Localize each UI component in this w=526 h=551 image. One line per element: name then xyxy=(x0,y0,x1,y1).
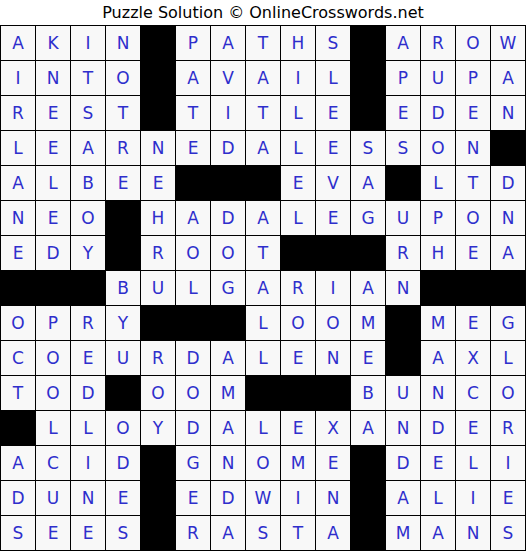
letter-cell: A xyxy=(386,481,420,515)
letter-cell: Y xyxy=(141,411,175,445)
letter-cell: E xyxy=(106,481,140,515)
letter-cell: A xyxy=(491,61,525,95)
letter-cell: L xyxy=(491,341,525,375)
letter-cell: A xyxy=(1,166,35,200)
letter-cell: E xyxy=(176,481,210,515)
letter-cell: A xyxy=(246,271,280,305)
letter-cell: L xyxy=(421,481,455,515)
letter-cell: E xyxy=(36,201,70,235)
letter-cell: I xyxy=(456,481,490,515)
letter-cell: E xyxy=(71,516,105,550)
letter-cell: A xyxy=(176,201,210,235)
letter-cell: A xyxy=(386,26,420,60)
letter-cell: T xyxy=(176,96,210,130)
letter-cell: I xyxy=(211,96,245,130)
letter-cell: O xyxy=(36,341,70,375)
letter-cell: R xyxy=(421,26,455,60)
black-cell xyxy=(351,26,385,60)
letter-cell: N xyxy=(106,26,140,60)
letter-cell: K xyxy=(36,26,70,60)
letter-cell: O xyxy=(176,376,210,410)
letter-cell: E xyxy=(421,446,455,480)
letter-cell: D xyxy=(176,411,210,445)
letter-cell: E xyxy=(176,131,210,165)
letter-cell: N xyxy=(141,131,175,165)
letter-cell: N xyxy=(456,131,490,165)
letter-cell: M xyxy=(386,516,420,550)
letter-cell: C xyxy=(456,376,490,410)
letter-cell: A xyxy=(211,341,245,375)
letter-cell: A xyxy=(351,271,385,305)
letter-cell: U xyxy=(36,481,70,515)
letter-cell: R xyxy=(1,96,35,130)
letter-cell: O xyxy=(106,61,140,95)
letter-cell: E xyxy=(316,201,350,235)
letter-cell: N xyxy=(386,271,420,305)
letter-cell: P xyxy=(456,61,490,95)
letter-cell: A xyxy=(211,26,245,60)
letter-cell: R xyxy=(491,411,525,445)
black-cell xyxy=(211,166,245,200)
letter-cell: U xyxy=(106,341,140,375)
letter-cell: E xyxy=(281,411,315,445)
letter-cell: E xyxy=(281,341,315,375)
letter-cell: Y xyxy=(71,236,105,270)
letter-cell: I xyxy=(491,446,525,480)
letter-cell: R xyxy=(176,516,210,550)
letter-cell: R xyxy=(141,236,175,270)
black-cell xyxy=(106,201,140,235)
letter-cell: N xyxy=(1,201,35,235)
letter-cell: I xyxy=(71,446,105,480)
letter-cell: P xyxy=(421,201,455,235)
letter-cell: A xyxy=(351,411,385,445)
letter-cell: E xyxy=(71,341,105,375)
letter-cell: O xyxy=(1,306,35,340)
letter-cell: L xyxy=(246,411,280,445)
letter-cell: C xyxy=(1,341,35,375)
crossword-grid: AKINPATHSAROWINTOAVAILPUPARESTTITLEEDENL… xyxy=(0,25,526,551)
black-cell xyxy=(71,271,105,305)
letter-cell: L xyxy=(456,446,490,480)
letter-cell: A xyxy=(211,516,245,550)
letter-cell: L xyxy=(281,96,315,130)
letter-cell: D xyxy=(36,236,70,270)
letter-cell: S xyxy=(1,516,35,550)
letter-cell: E xyxy=(316,131,350,165)
letter-cell: O xyxy=(316,306,350,340)
letter-cell: A xyxy=(351,166,385,200)
letter-cell: E xyxy=(36,516,70,550)
black-cell xyxy=(211,306,245,340)
letter-cell: O xyxy=(36,376,70,410)
black-cell xyxy=(351,236,385,270)
letter-cell: C xyxy=(36,446,70,480)
letter-cell: L xyxy=(246,341,280,375)
letter-cell: A xyxy=(71,131,105,165)
black-cell xyxy=(491,271,525,305)
black-cell xyxy=(141,516,175,550)
letter-cell: O xyxy=(176,236,210,270)
letter-cell: E xyxy=(281,166,315,200)
letter-cell: D xyxy=(386,446,420,480)
black-cell xyxy=(281,236,315,270)
letter-cell: R xyxy=(281,271,315,305)
letter-cell: N xyxy=(316,481,350,515)
letter-cell: M xyxy=(281,446,315,480)
letter-cell: T xyxy=(1,376,35,410)
black-cell xyxy=(246,166,280,200)
letter-cell: G xyxy=(351,201,385,235)
letter-cell: I xyxy=(71,26,105,60)
letter-cell: I xyxy=(1,61,35,95)
black-cell xyxy=(141,61,175,95)
letter-cell: U xyxy=(386,376,420,410)
black-cell xyxy=(176,306,210,340)
letter-cell: T xyxy=(246,236,280,270)
black-cell xyxy=(386,341,420,375)
letter-cell: G xyxy=(211,271,245,305)
letter-cell: D xyxy=(176,341,210,375)
letter-cell: O xyxy=(106,411,140,445)
letter-cell: M xyxy=(211,376,245,410)
letter-cell: O xyxy=(246,446,280,480)
letter-cell: D xyxy=(421,96,455,130)
black-cell xyxy=(351,61,385,95)
letter-cell: D xyxy=(211,131,245,165)
letter-cell: E xyxy=(36,96,70,130)
letter-cell: H xyxy=(421,236,455,270)
black-cell xyxy=(316,236,350,270)
letter-cell: L xyxy=(281,131,315,165)
black-cell xyxy=(141,26,175,60)
letter-cell: H xyxy=(281,26,315,60)
letter-cell: U xyxy=(141,271,175,305)
letter-cell: L xyxy=(36,166,70,200)
letter-cell: S xyxy=(491,516,525,550)
letter-cell: D xyxy=(1,481,35,515)
letter-cell: E xyxy=(456,306,490,340)
letter-cell: S xyxy=(316,26,350,60)
letter-cell: P xyxy=(176,26,210,60)
letter-cell: O xyxy=(456,26,490,60)
letter-cell: A xyxy=(316,516,350,550)
black-cell xyxy=(351,446,385,480)
letter-cell: L xyxy=(281,201,315,235)
letter-cell: R xyxy=(141,341,175,375)
letter-cell: N xyxy=(386,411,420,445)
letter-cell: T xyxy=(246,26,280,60)
letter-cell: X xyxy=(456,341,490,375)
letter-cell: L xyxy=(316,61,350,95)
letter-cell: W xyxy=(491,26,525,60)
letter-cell: G xyxy=(176,446,210,480)
letter-cell: S xyxy=(351,131,385,165)
letter-cell: E xyxy=(456,411,490,445)
letter-cell: E xyxy=(386,96,420,130)
letter-cell: V xyxy=(211,61,245,95)
letter-cell: D xyxy=(71,376,105,410)
letter-cell: B xyxy=(106,271,140,305)
letter-cell: E xyxy=(316,446,350,480)
letter-cell: L xyxy=(421,166,455,200)
letter-cell: S xyxy=(246,516,280,550)
black-cell xyxy=(491,131,525,165)
black-cell xyxy=(1,411,35,445)
letter-cell: I xyxy=(281,61,315,95)
black-cell xyxy=(386,306,420,340)
letter-cell: E xyxy=(456,236,490,270)
letter-cell: A xyxy=(246,201,280,235)
letter-cell: N xyxy=(316,341,350,375)
letter-cell: P xyxy=(36,306,70,340)
black-cell xyxy=(106,376,140,410)
letter-cell: P xyxy=(386,61,420,95)
letter-cell: A xyxy=(246,61,280,95)
letter-cell: E xyxy=(491,481,525,515)
letter-cell: I xyxy=(281,481,315,515)
letter-cell: L xyxy=(246,306,280,340)
letter-cell: O xyxy=(281,306,315,340)
letter-cell: A xyxy=(421,341,455,375)
puzzle-solution-page: Puzzle Solution © OnlineCrosswords.net A… xyxy=(0,0,526,551)
letter-cell: R xyxy=(106,131,140,165)
letter-cell: T xyxy=(281,516,315,550)
letter-cell: D xyxy=(211,481,245,515)
letter-cell: L xyxy=(71,411,105,445)
black-cell xyxy=(351,516,385,550)
letter-cell: A xyxy=(491,236,525,270)
letter-cell: N xyxy=(456,516,490,550)
black-cell xyxy=(281,376,315,410)
black-cell xyxy=(141,446,175,480)
letter-cell: G xyxy=(491,306,525,340)
black-cell xyxy=(351,96,385,130)
letter-cell: R xyxy=(71,306,105,340)
black-cell xyxy=(141,96,175,130)
black-cell xyxy=(456,271,490,305)
black-cell xyxy=(351,481,385,515)
letter-cell: L xyxy=(176,271,210,305)
letter-cell: A xyxy=(421,516,455,550)
letter-cell: B xyxy=(71,166,105,200)
letter-cell: T xyxy=(71,61,105,95)
letter-cell: H xyxy=(141,201,175,235)
letter-cell: O xyxy=(141,376,175,410)
letter-cell: O xyxy=(456,201,490,235)
letter-cell: O xyxy=(491,376,525,410)
black-cell xyxy=(246,376,280,410)
letter-cell: L xyxy=(1,131,35,165)
black-cell xyxy=(36,271,70,305)
letter-cell: A xyxy=(1,446,35,480)
letter-cell: X xyxy=(316,411,350,445)
letter-cell: S xyxy=(386,131,420,165)
letter-cell: T xyxy=(246,96,280,130)
letter-cell: A xyxy=(1,26,35,60)
letter-cell: S xyxy=(71,96,105,130)
letter-cell: M xyxy=(351,306,385,340)
letter-cell: I xyxy=(316,271,350,305)
letter-cell: E xyxy=(456,96,490,130)
letter-cell: N xyxy=(491,201,525,235)
letter-cell: A xyxy=(211,411,245,445)
letter-cell: V xyxy=(316,166,350,200)
letter-cell: N xyxy=(491,96,525,130)
letter-cell: D xyxy=(421,411,455,445)
letter-cell: E xyxy=(1,236,35,270)
letter-cell: T xyxy=(106,96,140,130)
letter-cell: R xyxy=(386,236,420,270)
letter-cell: A xyxy=(176,61,210,95)
letter-cell: E xyxy=(316,96,350,130)
letter-cell: U xyxy=(386,201,420,235)
letter-cell: O xyxy=(71,201,105,235)
black-cell xyxy=(1,271,35,305)
black-cell xyxy=(386,166,420,200)
letter-cell: N xyxy=(211,446,245,480)
letter-cell: Y xyxy=(106,306,140,340)
letter-cell: E xyxy=(106,166,140,200)
letter-cell: E xyxy=(141,166,175,200)
letter-cell: O xyxy=(211,236,245,270)
letter-cell: O xyxy=(421,131,455,165)
letter-cell: T xyxy=(456,166,490,200)
black-cell xyxy=(141,306,175,340)
black-cell xyxy=(316,376,350,410)
letter-cell: W xyxy=(246,481,280,515)
letter-cell: E xyxy=(36,131,70,165)
letter-cell: M xyxy=(421,306,455,340)
letter-cell: D xyxy=(106,446,140,480)
letter-cell: D xyxy=(491,166,525,200)
letter-cell: N xyxy=(36,61,70,95)
black-cell xyxy=(106,236,140,270)
letter-cell: B xyxy=(351,376,385,410)
letter-cell: U xyxy=(421,61,455,95)
black-cell xyxy=(421,271,455,305)
letter-cell: A xyxy=(246,131,280,165)
black-cell xyxy=(176,166,210,200)
page-title: Puzzle Solution © OnlineCrosswords.net xyxy=(0,0,526,25)
letter-cell: E xyxy=(351,341,385,375)
letter-cell: N xyxy=(71,481,105,515)
letter-cell: D xyxy=(211,201,245,235)
letter-cell: N xyxy=(421,376,455,410)
letter-cell: S xyxy=(106,516,140,550)
letter-cell: L xyxy=(36,411,70,445)
black-cell xyxy=(141,481,175,515)
